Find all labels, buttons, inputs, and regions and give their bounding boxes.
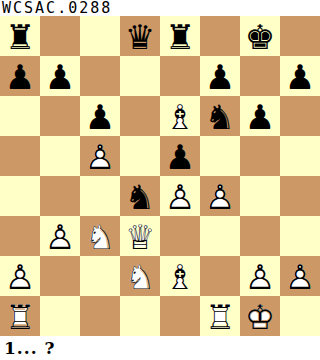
square-a3[interactable]: [0, 216, 40, 256]
white-knight: ♞♘: [120, 256, 160, 296]
square-a4[interactable]: [0, 176, 40, 216]
square-c3[interactable]: ♞♘: [80, 216, 120, 256]
black-knight: ♞: [200, 96, 240, 136]
square-h8[interactable]: [280, 16, 320, 56]
square-e8[interactable]: ♜: [160, 16, 200, 56]
square-e2[interactable]: ♝♗: [160, 256, 200, 296]
square-b4[interactable]: [40, 176, 80, 216]
square-h6[interactable]: [280, 96, 320, 136]
black-king: ♚: [240, 16, 280, 56]
black-pawn: ♟: [240, 96, 280, 136]
white-pawn: ♟♙: [0, 256, 40, 296]
square-a2[interactable]: ♟♙: [0, 256, 40, 296]
black-knight: ♞: [120, 176, 160, 216]
black-pawn: ♟: [160, 136, 200, 176]
square-b1[interactable]: [40, 296, 80, 336]
white-pawn: ♟♙: [160, 176, 200, 216]
square-a7[interactable]: ♟: [0, 56, 40, 96]
square-b7[interactable]: ♟: [40, 56, 80, 96]
white-queen: ♛♕: [120, 216, 160, 256]
black-pawn: ♟: [0, 56, 40, 96]
black-pawn: ♟: [200, 56, 240, 96]
square-h5[interactable]: [280, 136, 320, 176]
white-king: ♚♔: [240, 296, 280, 336]
chess-board: ♜♛♜♚♟♟♟♟♟♝♗♞♟♟♙♟♞♟♙♟♙♟♙♞♘♛♕♟♙♞♘♝♗♟♙♟♙♜♖♜…: [0, 16, 320, 336]
square-d2[interactable]: ♞♘: [120, 256, 160, 296]
square-c2[interactable]: [80, 256, 120, 296]
white-rook: ♜♖: [0, 296, 40, 336]
black-pawn: ♟: [40, 56, 80, 96]
square-e6[interactable]: ♝♗: [160, 96, 200, 136]
white-rook: ♜♖: [200, 296, 240, 336]
square-g6[interactable]: ♟: [240, 96, 280, 136]
black-rook: ♜: [0, 16, 40, 56]
square-f2[interactable]: [200, 256, 240, 296]
square-b3[interactable]: ♟♙: [40, 216, 80, 256]
white-bishop: ♝♗: [160, 256, 200, 296]
square-f8[interactable]: [200, 16, 240, 56]
square-d7[interactable]: [120, 56, 160, 96]
square-c8[interactable]: [80, 16, 120, 56]
square-d3[interactable]: ♛♕: [120, 216, 160, 256]
square-b8[interactable]: [40, 16, 80, 56]
puzzle-id: WCSAC.0288: [2, 0, 112, 17]
square-d1[interactable]: [120, 296, 160, 336]
square-g1[interactable]: ♚♔: [240, 296, 280, 336]
square-c4[interactable]: [80, 176, 120, 216]
white-pawn: ♟♙: [200, 176, 240, 216]
square-g2[interactable]: ♟♙: [240, 256, 280, 296]
square-g3[interactable]: [240, 216, 280, 256]
square-d5[interactable]: [120, 136, 160, 176]
square-f3[interactable]: [200, 216, 240, 256]
square-h4[interactable]: [280, 176, 320, 216]
square-b5[interactable]: [40, 136, 80, 176]
black-queen: ♛: [120, 16, 160, 56]
square-g7[interactable]: [240, 56, 280, 96]
black-rook: ♜: [160, 16, 200, 56]
status-bar: 1... ?: [0, 336, 320, 360]
square-d4[interactable]: ♞: [120, 176, 160, 216]
square-f1[interactable]: ♜♖: [200, 296, 240, 336]
square-e7[interactable]: [160, 56, 200, 96]
square-d6[interactable]: [120, 96, 160, 136]
black-pawn: ♟: [280, 56, 320, 96]
square-e1[interactable]: [160, 296, 200, 336]
square-g8[interactable]: ♚: [240, 16, 280, 56]
square-b6[interactable]: [40, 96, 80, 136]
square-e4[interactable]: ♟♙: [160, 176, 200, 216]
square-c1[interactable]: [80, 296, 120, 336]
black-pawn: ♟: [80, 96, 120, 136]
square-f5[interactable]: [200, 136, 240, 176]
square-h2[interactable]: ♟♙: [280, 256, 320, 296]
white-pawn: ♟♙: [240, 256, 280, 296]
square-h3[interactable]: [280, 216, 320, 256]
square-e5[interactable]: ♟: [160, 136, 200, 176]
chess-puzzle-app: { "game": "chess", "position": "r2qr1k1/…: [0, 0, 320, 360]
title-bar: WCSAC.0288: [0, 0, 320, 16]
white-pawn: ♟♙: [40, 216, 80, 256]
square-f6[interactable]: ♞: [200, 96, 240, 136]
white-knight: ♞♘: [80, 216, 120, 256]
square-g5[interactable]: [240, 136, 280, 176]
white-pawn: ♟♙: [80, 136, 120, 176]
square-a1[interactable]: ♜♖: [0, 296, 40, 336]
square-f7[interactable]: ♟: [200, 56, 240, 96]
square-g4[interactable]: [240, 176, 280, 216]
square-h1[interactable]: [280, 296, 320, 336]
move-prompt: 1... ?: [4, 338, 55, 358]
square-c6[interactable]: ♟: [80, 96, 120, 136]
white-bishop: ♝♗: [160, 96, 200, 136]
square-f4[interactable]: ♟♙: [200, 176, 240, 216]
square-b2[interactable]: [40, 256, 80, 296]
square-a8[interactable]: ♜: [0, 16, 40, 56]
square-a6[interactable]: [0, 96, 40, 136]
white-pawn: ♟♙: [280, 256, 320, 296]
square-h7[interactable]: ♟: [280, 56, 320, 96]
square-c7[interactable]: [80, 56, 120, 96]
square-e3[interactable]: [160, 216, 200, 256]
square-d8[interactable]: ♛: [120, 16, 160, 56]
square-a5[interactable]: [0, 136, 40, 176]
square-c5[interactable]: ♟♙: [80, 136, 120, 176]
